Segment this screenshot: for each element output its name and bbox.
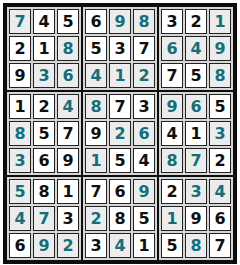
cell-r2c9[interactable]: 9 <box>209 36 231 61</box>
cell-r6c2[interactable]: 6 <box>33 148 55 173</box>
cell-r9c6[interactable]: 1 <box>133 233 155 258</box>
box-6: 965413872 <box>159 92 233 175</box>
cell-r4c7[interactable]: 9 <box>161 94 183 119</box>
cell-r1c9[interactable]: 1 <box>209 9 231 34</box>
cell-r1c1[interactable]: 7 <box>9 9 31 34</box>
cell-r5c1[interactable]: 8 <box>9 121 31 146</box>
cell-r9c4[interactable]: 3 <box>85 233 107 258</box>
cell-r9c9[interactable]: 7 <box>209 233 231 258</box>
cell-r3c7[interactable]: 7 <box>161 63 183 88</box>
cell-r7c8[interactable]: 3 <box>185 179 207 204</box>
cell-r6c1[interactable]: 3 <box>9 148 31 173</box>
cell-r9c2[interactable]: 9 <box>33 233 55 258</box>
cell-r6c9[interactable]: 2 <box>209 148 231 173</box>
cell-r2c6[interactable]: 7 <box>133 36 155 61</box>
cell-r7c9[interactable]: 4 <box>209 179 231 204</box>
cell-r9c8[interactable]: 8 <box>185 233 207 258</box>
cell-r4c4[interactable]: 8 <box>85 94 107 119</box>
cell-r5c6[interactable]: 6 <box>133 121 155 146</box>
box-3: 321649758 <box>159 7 233 90</box>
cell-r1c4[interactable]: 6 <box>85 9 107 34</box>
cell-r8c8[interactable]: 9 <box>185 206 207 231</box>
box-5: 873926154 <box>83 92 157 175</box>
cell-r5c9[interactable]: 3 <box>209 121 231 146</box>
cell-r6c6[interactable]: 4 <box>133 148 155 173</box>
cell-r5c7[interactable]: 4 <box>161 121 183 146</box>
cell-r3c6[interactable]: 2 <box>133 63 155 88</box>
box-1: 745218936 <box>7 7 81 90</box>
cell-r9c5[interactable]: 4 <box>109 233 131 258</box>
cell-r1c6[interactable]: 8 <box>133 9 155 34</box>
cell-r3c9[interactable]: 8 <box>209 63 231 88</box>
cell-r1c5[interactable]: 9 <box>109 9 131 34</box>
cell-r2c2[interactable]: 1 <box>33 36 55 61</box>
cell-r7c2[interactable]: 8 <box>33 179 55 204</box>
cell-r3c1[interactable]: 9 <box>9 63 31 88</box>
cell-r6c7[interactable]: 8 <box>161 148 183 173</box>
cell-r8c1[interactable]: 4 <box>9 206 31 231</box>
cell-r8c7[interactable]: 1 <box>161 206 183 231</box>
cell-r9c1[interactable]: 6 <box>9 233 31 258</box>
cell-r9c3[interactable]: 2 <box>57 233 79 258</box>
cell-r3c8[interactable]: 5 <box>185 63 207 88</box>
box-4: 124857369 <box>7 92 81 175</box>
cell-r2c5[interactable]: 3 <box>109 36 131 61</box>
cell-r8c3[interactable]: 3 <box>57 206 79 231</box>
cell-r4c6[interactable]: 3 <box>133 94 155 119</box>
cell-r7c6[interactable]: 9 <box>133 179 155 204</box>
box-8: 769285341 <box>83 177 157 260</box>
cell-r6c8[interactable]: 7 <box>185 148 207 173</box>
cell-r3c2[interactable]: 3 <box>33 63 55 88</box>
cell-r2c1[interactable]: 2 <box>9 36 31 61</box>
cell-r1c7[interactable]: 3 <box>161 9 183 34</box>
cell-r8c5[interactable]: 8 <box>109 206 131 231</box>
cell-r4c8[interactable]: 6 <box>185 94 207 119</box>
cell-r8c6[interactable]: 5 <box>133 206 155 231</box>
cell-r8c2[interactable]: 7 <box>33 206 55 231</box>
box-2: 698537412 <box>83 7 157 90</box>
cell-r6c3[interactable]: 9 <box>57 148 79 173</box>
cell-r4c9[interactable]: 5 <box>209 94 231 119</box>
cell-r5c8[interactable]: 1 <box>185 121 207 146</box>
cell-r2c4[interactable]: 5 <box>85 36 107 61</box>
box-7: 581473692 <box>7 177 81 260</box>
cell-r9c7[interactable]: 5 <box>161 233 183 258</box>
cell-r5c2[interactable]: 5 <box>33 121 55 146</box>
cell-r7c1[interactable]: 5 <box>9 179 31 204</box>
cell-r2c3[interactable]: 8 <box>57 36 79 61</box>
cell-r7c3[interactable]: 1 <box>57 179 79 204</box>
box-9: 234196587 <box>159 177 233 260</box>
cell-r5c5[interactable]: 2 <box>109 121 131 146</box>
cell-r8c9[interactable]: 6 <box>209 206 231 231</box>
cell-r5c4[interactable]: 9 <box>85 121 107 146</box>
cell-r2c7[interactable]: 6 <box>161 36 183 61</box>
cell-r7c5[interactable]: 6 <box>109 179 131 204</box>
sudoku-board: 7452189366985374123216497581248573698739… <box>3 3 237 264</box>
cell-r1c8[interactable]: 2 <box>185 9 207 34</box>
cell-r4c3[interactable]: 4 <box>57 94 79 119</box>
cell-r8c4[interactable]: 2 <box>85 206 107 231</box>
cell-r4c2[interactable]: 2 <box>33 94 55 119</box>
cell-r3c5[interactable]: 1 <box>109 63 131 88</box>
cell-r6c5[interactable]: 5 <box>109 148 131 173</box>
cell-r1c3[interactable]: 5 <box>57 9 79 34</box>
cell-r4c1[interactable]: 1 <box>9 94 31 119</box>
cell-r3c3[interactable]: 6 <box>57 63 79 88</box>
cell-r7c7[interactable]: 2 <box>161 179 183 204</box>
cell-r1c2[interactable]: 4 <box>33 9 55 34</box>
cell-r3c4[interactable]: 4 <box>85 63 107 88</box>
cell-r7c4[interactable]: 7 <box>85 179 107 204</box>
cell-r6c4[interactable]: 1 <box>85 148 107 173</box>
cell-r2c8[interactable]: 4 <box>185 36 207 61</box>
cell-r4c5[interactable]: 7 <box>109 94 131 119</box>
cell-r5c3[interactable]: 7 <box>57 121 79 146</box>
